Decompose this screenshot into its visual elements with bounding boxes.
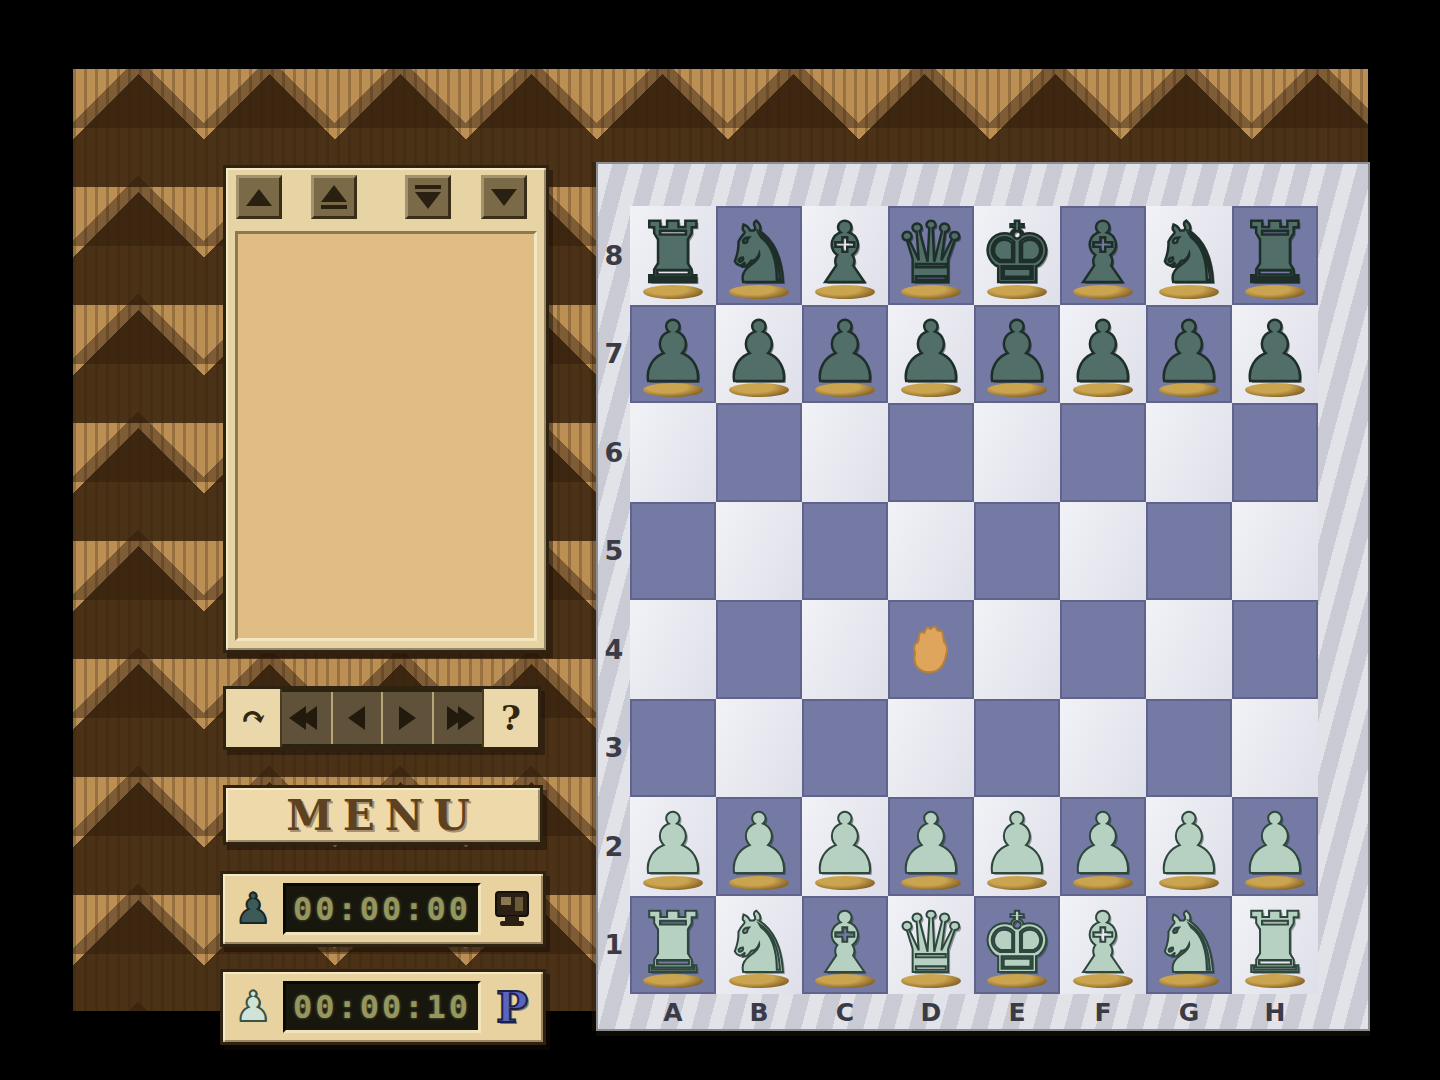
black-clock-display: 00:00:00 — [283, 883, 481, 935]
piece-glyph: ♜ — [1232, 204, 1318, 302]
square-c2[interactable]: ♟ — [802, 797, 888, 896]
piece-glyph: ♟ — [630, 795, 716, 893]
white-knight-b1[interactable]: ♞ — [716, 896, 802, 995]
square-c7[interactable]: ♟ — [802, 305, 888, 404]
file-label-h: H — [1232, 994, 1318, 1031]
piece-glyph: ♟ — [1232, 303, 1318, 401]
file-labels: ABCDEFGH — [630, 994, 1318, 1031]
piece-glyph: ♟ — [1146, 303, 1232, 401]
piece-glyph: ♝ — [802, 894, 888, 992]
computer-icon — [493, 888, 531, 930]
rank-labels: 87654321 — [598, 206, 630, 994]
white-pawn-a2[interactable]: ♟ — [630, 797, 716, 896]
square-b8[interactable]: ♞ — [716, 206, 802, 305]
square-f3[interactable] — [1060, 699, 1146, 798]
page-up-button[interactable] — [311, 175, 357, 219]
black-rook-a8[interactable]: ♜ — [630, 206, 716, 305]
chess-board-panel: 87654321 ABCDEFGH ♜♞♝♛♚♝♞♜♟♟♟♟♟♟♟♟ ♟♟♟♟♟… — [596, 162, 1370, 1031]
piece-glyph: ♟ — [974, 303, 1060, 401]
square-f8[interactable]: ♝ — [1060, 206, 1146, 305]
square-a4[interactable] — [630, 600, 716, 699]
piece-glyph: ♟ — [888, 303, 974, 401]
square-a7[interactable]: ♟ — [630, 305, 716, 404]
square-c1[interactable]: ♝ — [802, 896, 888, 995]
move-list[interactable] — [235, 231, 537, 641]
white-pawn-f2[interactable]: ♟ — [1060, 797, 1146, 896]
rank-label-8: 8 — [598, 206, 630, 305]
square-a1[interactable]: ♜ — [630, 896, 716, 995]
step-forward-icon — [399, 706, 416, 730]
white-clock: ♟ 00:00:10 P — [220, 969, 546, 1045]
black-pawn-b7[interactable]: ♟ — [716, 305, 802, 404]
square-h2[interactable]: ♟ — [1232, 797, 1318, 896]
piece-glyph: ♜ — [1232, 894, 1318, 992]
piece-glyph: ♞ — [1146, 894, 1232, 992]
square-h6[interactable] — [1232, 403, 1318, 502]
square-b7[interactable]: ♟ — [716, 305, 802, 404]
piece-glyph: ♛ — [888, 204, 974, 302]
help-button[interactable]: ? — [482, 689, 538, 747]
square-e1[interactable]: ♚ — [974, 896, 1060, 995]
black-clock: ♟ 00:00:00 — [220, 871, 546, 947]
white-rook-h1[interactable]: ♜ — [1232, 896, 1318, 995]
page-down-button[interactable] — [405, 175, 451, 219]
square-d8[interactable]: ♛ — [888, 206, 974, 305]
square-h8[interactable]: ♜ — [1232, 206, 1318, 305]
black-pawn-icon: ♟ — [231, 879, 275, 939]
piece-glyph: ♟ — [716, 795, 802, 893]
white-pawn-h2[interactable]: ♟ — [1232, 797, 1318, 896]
step-back-icon — [348, 706, 365, 730]
wood-background: ↷ ? MENU ♟ 00:00:00 — [73, 69, 1368, 1011]
step-back-button[interactable] — [333, 692, 384, 744]
square-f6[interactable] — [1060, 403, 1146, 502]
black-pawn-f7[interactable]: ♟ — [1060, 305, 1146, 404]
playback-strip — [282, 689, 482, 747]
black-clock-time: 00:00:00 — [293, 890, 471, 928]
white-clock-display: 00:00:10 — [283, 981, 481, 1033]
hand-cursor-icon — [905, 621, 953, 681]
rank-label-4: 4 — [598, 600, 630, 699]
page-down-bar — [415, 185, 441, 189]
white-pawn-icon: ♟ — [231, 977, 275, 1037]
white-knight-g1[interactable]: ♞ — [1146, 896, 1232, 995]
white-rook-a1[interactable]: ♜ — [630, 896, 716, 995]
rewind-button[interactable] — [282, 692, 333, 744]
square-e4[interactable] — [974, 600, 1060, 699]
square-d6[interactable] — [888, 403, 974, 502]
square-d7[interactable]: ♟ — [888, 305, 974, 404]
rank-label-1: 1 — [598, 896, 630, 995]
rank-label-6: 6 — [598, 403, 630, 502]
white-king-e1[interactable]: ♚ — [974, 896, 1060, 995]
square-f2[interactable]: ♟ — [1060, 797, 1146, 896]
square-h4[interactable] — [1232, 600, 1318, 699]
piece-glyph: ♚ — [974, 204, 1060, 302]
fast-forward-button[interactable] — [434, 692, 483, 744]
square-a8[interactable]: ♜ — [630, 206, 716, 305]
menu-button-label: MENU — [286, 791, 480, 840]
square-g7[interactable]: ♟ — [1146, 305, 1232, 404]
square-a3[interactable] — [630, 699, 716, 798]
piece-glyph: ♛ — [888, 894, 974, 992]
square-d4[interactable] — [888, 600, 974, 699]
white-pawn-b2[interactable]: ♟ — [716, 797, 802, 896]
square-e8[interactable]: ♚ — [974, 206, 1060, 305]
piece-glyph: ♚ — [974, 894, 1060, 992]
piece-glyph: ♟ — [1060, 303, 1146, 401]
scroll-up-button[interactable] — [236, 175, 282, 219]
step-forward-button[interactable] — [383, 692, 434, 744]
square-b1[interactable]: ♞ — [716, 896, 802, 995]
piece-glyph: ♟ — [974, 795, 1060, 893]
black-king-e8[interactable]: ♚ — [974, 206, 1060, 305]
square-b4[interactable] — [716, 600, 802, 699]
black-pawn-e7[interactable]: ♟ — [974, 305, 1060, 404]
square-g5[interactable] — [1146, 502, 1232, 601]
piece-glyph: ♞ — [1146, 204, 1232, 302]
white-pawn-g2[interactable]: ♟ — [1146, 797, 1232, 896]
square-e6[interactable] — [974, 403, 1060, 502]
page-down-icon — [415, 192, 441, 209]
file-label-d: D — [888, 994, 974, 1031]
square-f4[interactable] — [1060, 600, 1146, 699]
player-icon: P — [496, 983, 528, 1032]
piece-glyph: ♜ — [630, 204, 716, 302]
square-d2[interactable]: ♟ — [888, 797, 974, 896]
square-f1[interactable]: ♝ — [1060, 896, 1146, 995]
square-g8[interactable]: ♞ — [1146, 206, 1232, 305]
square-e2[interactable]: ♟ — [974, 797, 1060, 896]
rank-label-5: 5 — [598, 502, 630, 601]
move-list-panel — [223, 165, 549, 653]
piece-glyph: ♟ — [888, 795, 974, 893]
square-d1[interactable]: ♛ — [888, 896, 974, 995]
square-d5[interactable] — [888, 502, 974, 601]
square-c5[interactable] — [802, 502, 888, 601]
square-c8[interactable]: ♝ — [802, 206, 888, 305]
square-h1[interactable]: ♜ — [1232, 896, 1318, 995]
file-label-f: F — [1060, 994, 1146, 1031]
piece-glyph: ♜ — [630, 894, 716, 992]
menu-button[interactable]: MENU — [223, 785, 543, 845]
file-label-a: A — [630, 994, 716, 1031]
square-a5[interactable] — [630, 502, 716, 601]
black-pawn-c7[interactable]: ♟ — [802, 305, 888, 404]
square-h3[interactable] — [1232, 699, 1318, 798]
square-e3[interactable] — [974, 699, 1060, 798]
square-a6[interactable] — [630, 403, 716, 502]
black-pawn-g7[interactable]: ♟ — [1146, 305, 1232, 404]
square-g6[interactable] — [1146, 403, 1232, 502]
black-knight-b8[interactable]: ♞ — [716, 206, 802, 305]
rank-label-7: 7 — [598, 305, 630, 404]
white-queen-d1[interactable]: ♛ — [888, 896, 974, 995]
white-pawn-d2[interactable]: ♟ — [888, 797, 974, 896]
white-bishop-f1[interactable]: ♝ — [1060, 896, 1146, 995]
rank-label-2: 2 — [598, 797, 630, 896]
white-player-type: P — [489, 981, 535, 1033]
piece-glyph: ♟ — [716, 303, 802, 401]
piece-glyph: ♝ — [1060, 204, 1146, 302]
black-rook-h8[interactable]: ♜ — [1232, 206, 1318, 305]
flip-board-icon: ↷ — [236, 697, 270, 740]
piece-glyph: ♝ — [1060, 894, 1146, 992]
white-pawn-c2[interactable]: ♟ — [802, 797, 888, 896]
white-clock-time: 00:00:10 — [293, 988, 471, 1026]
square-c4[interactable] — [802, 600, 888, 699]
black-player-type — [489, 883, 535, 935]
board-squares: ♜♞♝♛♚♝♞♜♟♟♟♟♟♟♟♟ ♟♟♟♟♟♟♟♟♜♞♝♛♚♝♞♜ — [630, 206, 1318, 994]
file-label-e: E — [974, 994, 1060, 1031]
square-b2[interactable]: ♟ — [716, 797, 802, 896]
piece-glyph: ♟ — [802, 795, 888, 893]
square-h5[interactable] — [1232, 502, 1318, 601]
playback-controls: ↷ ? — [223, 686, 541, 750]
square-g4[interactable] — [1146, 600, 1232, 699]
square-b6[interactable] — [716, 403, 802, 502]
piece-glyph: ♟ — [1060, 795, 1146, 893]
rank-label-3: 3 — [598, 699, 630, 798]
piece-glyph: ♟ — [630, 303, 716, 401]
square-c3[interactable] — [802, 699, 888, 798]
black-bishop-c8[interactable]: ♝ — [802, 206, 888, 305]
black-pawn-a7[interactable]: ♟ — [630, 305, 716, 404]
scroll-down-icon — [491, 189, 517, 206]
scroll-up-icon — [246, 189, 272, 206]
square-g3[interactable] — [1146, 699, 1232, 798]
square-g2[interactable]: ♟ — [1146, 797, 1232, 896]
chess-game-screen: ↷ ? MENU ♟ 00:00:00 — [0, 0, 1440, 1080]
square-a2[interactable]: ♟ — [630, 797, 716, 896]
square-f5[interactable] — [1060, 502, 1146, 601]
page-up-bar — [321, 205, 347, 209]
white-pawn-e2[interactable]: ♟ — [974, 797, 1060, 896]
scroll-down-button[interactable] — [481, 175, 527, 219]
piece-glyph: ♟ — [1146, 795, 1232, 893]
black-pawn-d7[interactable]: ♟ — [888, 305, 974, 404]
piece-glyph: ♞ — [716, 894, 802, 992]
move-list-scrollbar — [226, 168, 546, 226]
file-label-g: G — [1146, 994, 1232, 1031]
white-bishop-c1[interactable]: ♝ — [802, 896, 888, 995]
piece-glyph: ♟ — [802, 303, 888, 401]
piece-glyph: ♞ — [716, 204, 802, 302]
square-b5[interactable] — [716, 502, 802, 601]
square-c6[interactable] — [802, 403, 888, 502]
page-up-icon — [321, 185, 347, 202]
square-e7[interactable]: ♟ — [974, 305, 1060, 404]
square-f7[interactable]: ♟ — [1060, 305, 1146, 404]
file-label-b: B — [716, 994, 802, 1031]
piece-glyph: ♟ — [1232, 795, 1318, 893]
square-e5[interactable] — [974, 502, 1060, 601]
piece-glyph: ♝ — [802, 204, 888, 302]
square-d3[interactable] — [888, 699, 974, 798]
help-icon: ? — [501, 698, 521, 738]
black-pawn-h7[interactable]: ♟ — [1232, 305, 1318, 404]
square-g1[interactable]: ♞ — [1146, 896, 1232, 995]
flip-board-button[interactable]: ↷ — [226, 689, 282, 747]
black-bishop-f8[interactable]: ♝ — [1060, 206, 1146, 305]
black-queen-d8[interactable]: ♛ — [888, 206, 974, 305]
black-knight-g8[interactable]: ♞ — [1146, 206, 1232, 305]
file-label-c: C — [802, 994, 888, 1031]
square-h7[interactable]: ♟ — [1232, 305, 1318, 404]
square-b3[interactable] — [716, 699, 802, 798]
